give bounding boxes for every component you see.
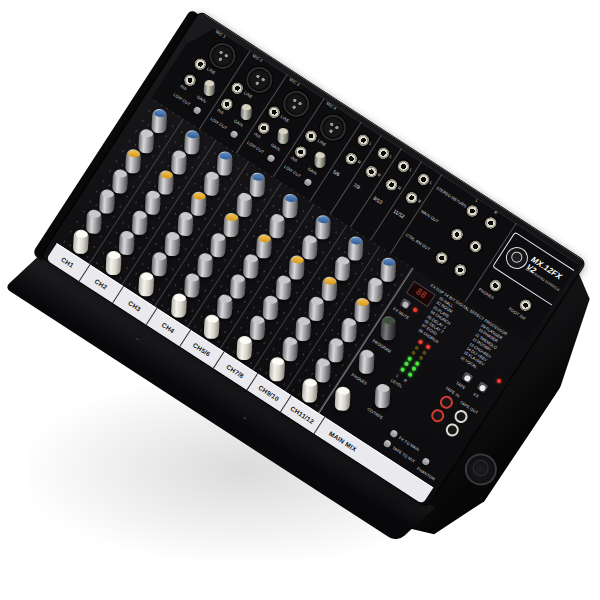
meter-l-label: L	[395, 373, 400, 378]
meter-led-r	[411, 366, 417, 372]
gain-knob-cap	[249, 172, 265, 197]
level-knob-cap	[269, 357, 285, 382]
output-r-jack	[482, 215, 499, 232]
out-r-label: R	[493, 210, 498, 215]
mid-knob-cap	[223, 212, 239, 237]
hi-knob-cap	[334, 256, 350, 281]
stereo-pair-label: 7/8	[352, 182, 361, 190]
tape-in-r-rca	[429, 407, 447, 425]
output-row-label: MAIN OUT	[420, 209, 453, 232]
pan-knob-cap	[282, 336, 298, 361]
line-label: LINE	[206, 67, 216, 76]
hi-knob-cap	[301, 235, 317, 260]
hi-knob-cap	[236, 192, 252, 217]
fx-knob-cap	[229, 274, 245, 299]
mic-label: MIC 3	[288, 78, 300, 88]
footswitch-jack	[517, 297, 534, 314]
hi-knob-cap	[170, 150, 186, 175]
fx-knob-cap	[131, 210, 147, 235]
fx-monitor-button	[476, 381, 488, 393]
r-label: R	[397, 186, 402, 191]
lowcut-label: LOW CUT	[246, 141, 265, 155]
insert-label: INS	[290, 156, 298, 164]
line-label: LINE	[279, 115, 289, 124]
pan-knob-cap	[85, 209, 101, 234]
out-l-label: L	[474, 198, 478, 203]
level-knob-cap	[236, 335, 252, 360]
phones-jack	[487, 277, 504, 294]
mic-label: MIC 1	[214, 30, 226, 40]
stereo-pair-label: 9/10	[372, 196, 383, 206]
meter-led-r	[415, 360, 421, 366]
mid-knob-cap	[354, 297, 370, 322]
hi-knob-cap	[203, 171, 219, 196]
l-label: L	[409, 168, 413, 173]
insert-label: INS	[179, 84, 187, 92]
r-label: R	[356, 160, 361, 165]
lowcut-button	[266, 154, 276, 164]
gain-knob-cap	[216, 151, 232, 176]
power-led	[496, 378, 502, 384]
gain-knob	[203, 80, 215, 97]
fx-knob-cap	[197, 253, 213, 278]
fx-mute-button	[399, 298, 411, 310]
lowcut-button	[192, 106, 202, 116]
tape-monitor-button	[461, 371, 473, 383]
gain-knob	[314, 152, 326, 169]
level-knob-cap	[203, 314, 219, 339]
line-label: LINE	[243, 91, 253, 100]
line-label: LINE	[316, 139, 326, 148]
low-knob-cap	[242, 254, 258, 279]
meter-led-l	[414, 345, 420, 351]
meter-led-r	[408, 371, 414, 377]
output-row-label: STEREO RETURN	[435, 186, 468, 209]
phones-knob	[354, 348, 380, 376]
stereo-pair-label: 11/12	[392, 209, 405, 220]
mic-label: MIC 2	[251, 54, 263, 64]
gain-knob-cap	[380, 257, 396, 282]
tape-to-mix-button	[382, 439, 392, 449]
lowcut-label: LOW CUT	[209, 117, 228, 131]
level-knob-cap	[105, 250, 121, 275]
gain-knob-cap	[151, 108, 167, 133]
tape-out-r-rca	[443, 421, 461, 439]
lowcut-button	[303, 178, 313, 188]
level-knob-cap	[138, 272, 154, 297]
hi-knob-cap	[138, 129, 154, 154]
meter-r-label: R	[403, 378, 408, 384]
fx-to-main-button	[389, 429, 399, 439]
mid-knob-cap	[125, 149, 141, 174]
low-knob-cap	[275, 275, 291, 300]
pan-knob-cap	[118, 230, 134, 255]
fx-program-knob	[376, 314, 402, 342]
low-knob-cap	[340, 317, 356, 342]
low-knob-cap	[210, 232, 226, 257]
pan-knob-cap	[216, 294, 232, 319]
screw	[135, 336, 141, 341]
meter-led-r	[422, 350, 428, 356]
lowcut-button	[229, 130, 239, 140]
hi-knob-cap	[269, 213, 285, 238]
level-knob-cap	[170, 293, 186, 318]
low-knob-cap	[177, 211, 193, 236]
fx-monitor-button-label: FX	[473, 392, 480, 399]
l-label: L	[388, 155, 392, 160]
pan-knob-cap	[184, 273, 200, 298]
insert-label: INS	[253, 132, 261, 140]
gain-knob-cap	[183, 130, 199, 155]
meter-led-l	[404, 361, 410, 367]
output-row-label: CTRL RM OUT	[404, 233, 437, 256]
gain-label: GAIN	[196, 95, 207, 104]
main-mix-knob	[330, 385, 356, 413]
gain-knob	[277, 128, 289, 145]
mid-knob-cap	[190, 191, 206, 216]
meter-led-r	[418, 355, 424, 361]
meter-led-l	[411, 350, 417, 356]
level-knob-cap	[301, 378, 317, 403]
lowcut-label: LOW CUT	[172, 93, 191, 107]
stereo-pair-label: 5/6	[332, 169, 341, 177]
pan-knob-cap	[314, 358, 330, 383]
output-r-jack	[452, 262, 469, 279]
gain-knob-cap	[314, 215, 330, 240]
mid-knob-cap	[157, 170, 173, 195]
pan-knob-cap	[249, 315, 265, 340]
mid-knob-cap	[288, 255, 304, 280]
gain-label: GAIN	[270, 143, 281, 152]
meter-led-l	[418, 339, 424, 345]
l-label: L	[368, 142, 372, 147]
r-label: R	[376, 173, 381, 178]
mid-knob-cap	[255, 234, 271, 259]
fx-knob-cap	[327, 338, 343, 363]
meter-led-l	[407, 356, 413, 362]
fx-mute-led	[412, 307, 418, 313]
mid-knob-cap	[321, 276, 337, 301]
fx-knob-cap	[164, 231, 180, 256]
meter-led-r	[425, 344, 431, 350]
cdtape-knob	[370, 382, 396, 410]
fx-knob-cap	[295, 316, 311, 341]
r-label: R	[417, 199, 422, 204]
l-label: L	[429, 181, 433, 186]
gain-knob-cap	[347, 236, 363, 261]
low-knob-cap	[308, 296, 324, 321]
mic-label: MIC 4	[325, 102, 337, 112]
pan-knob-cap	[151, 252, 167, 277]
meter-led-l	[400, 366, 406, 372]
gain-knob-cap	[282, 193, 298, 218]
insert-label: INS	[216, 108, 224, 116]
phantom-button	[421, 457, 431, 467]
low-knob-cap	[112, 169, 128, 194]
gain-label: GAIN	[233, 119, 244, 128]
fx-knob-cap	[98, 189, 114, 214]
output-r-jack	[467, 238, 484, 255]
gain-knob	[240, 104, 252, 121]
hi-knob-cap	[367, 277, 383, 302]
fx-knob-cap	[262, 295, 278, 320]
gain-label: GAIN	[306, 167, 317, 176]
low-knob-cap	[144, 190, 160, 215]
lowcut-label: LOW CUT	[283, 165, 302, 179]
screw	[242, 415, 248, 420]
level-knob-cap	[72, 229, 88, 254]
